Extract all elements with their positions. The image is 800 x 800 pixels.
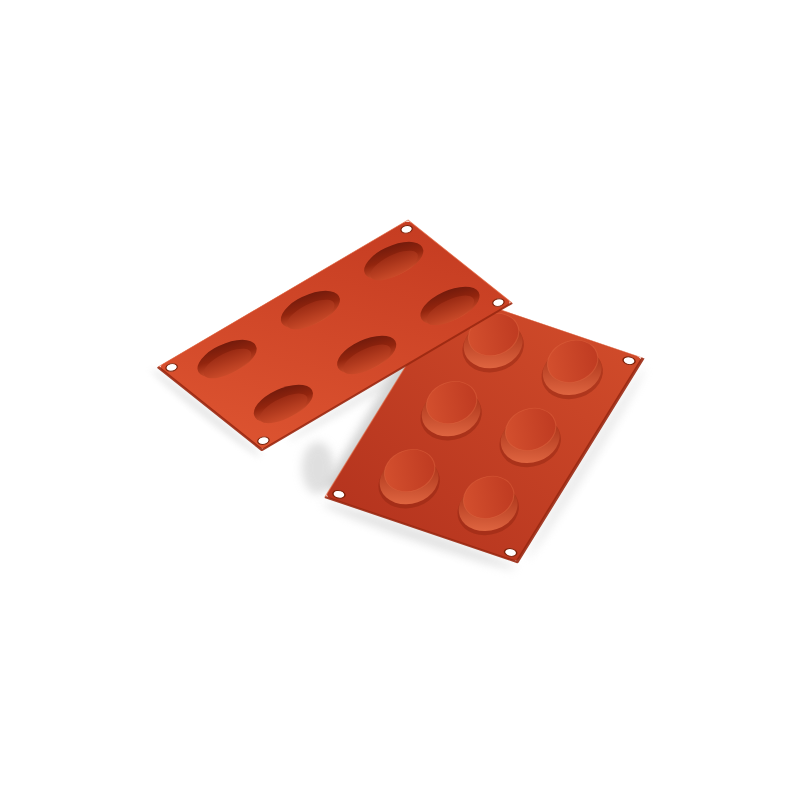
cast-shadow-left-corner	[302, 442, 334, 494]
silicone-mould-scene	[0, 0, 800, 800]
product-photo	[0, 0, 800, 800]
